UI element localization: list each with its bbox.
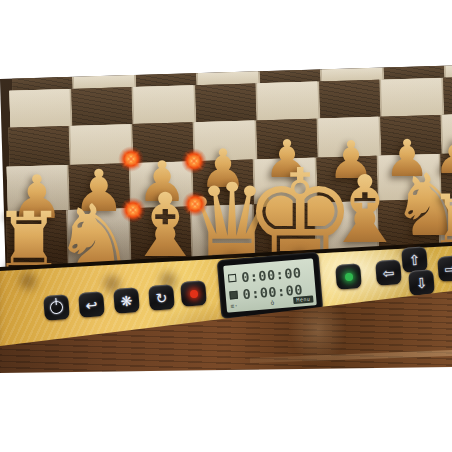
arrow-left-button[interactable]: ⇦ bbox=[375, 259, 402, 286]
chess-computer-photo: ♟♟♟♟♟♟♟♟♜♞♝♛♚♝♞♜ 0:00:00 0:00:00 ≡· ȯ Me… bbox=[0, 0, 452, 452]
arrow-down-icon: ⇩ bbox=[415, 275, 428, 290]
power-button[interactable] bbox=[43, 294, 70, 321]
arrow-up-icon: ⇧ bbox=[408, 252, 421, 267]
lcd-screen: 0:00:00 0:00:00 ≡· ȯ Menu bbox=[223, 258, 317, 312]
power-icon bbox=[49, 300, 63, 314]
piece-reflection-0 bbox=[20, 272, 36, 290]
red-led-button[interactable] bbox=[180, 280, 207, 307]
red-led-icon bbox=[189, 289, 198, 298]
white-clock-icon bbox=[228, 273, 237, 282]
redo-button[interactable]: ↻ bbox=[148, 284, 175, 311]
takeback-button[interactable]: ↩ bbox=[78, 291, 105, 318]
lcd-menu-badge: Menu bbox=[293, 295, 314, 304]
green-led-icon bbox=[344, 272, 353, 281]
black-clock-icon bbox=[229, 290, 238, 299]
arrow-right-icon: ⇨ bbox=[444, 261, 452, 276]
green-led-button[interactable] bbox=[335, 263, 362, 290]
arrow-left-icon: ⇦ bbox=[382, 265, 395, 280]
panel-controls: 0:00:00 0:00:00 ≡· ȯ Menu ↩❋↻⇦⇧⇩⇨ bbox=[0, 0, 452, 452]
arrow-down-button[interactable]: ⇩ bbox=[408, 269, 435, 296]
book-marks-icon: ≡· bbox=[230, 303, 238, 310]
takeback-icon: ↩ bbox=[85, 297, 98, 312]
arrow-right-button[interactable]: ⇨ bbox=[437, 255, 452, 282]
redo-icon: ↻ bbox=[155, 290, 168, 305]
arrow-up-button[interactable]: ⇧ bbox=[401, 246, 428, 273]
flower-button[interactable]: ❋ bbox=[113, 287, 140, 314]
flower-icon: ❋ bbox=[120, 293, 133, 308]
hourglass-icon: ȯ bbox=[270, 300, 274, 306]
